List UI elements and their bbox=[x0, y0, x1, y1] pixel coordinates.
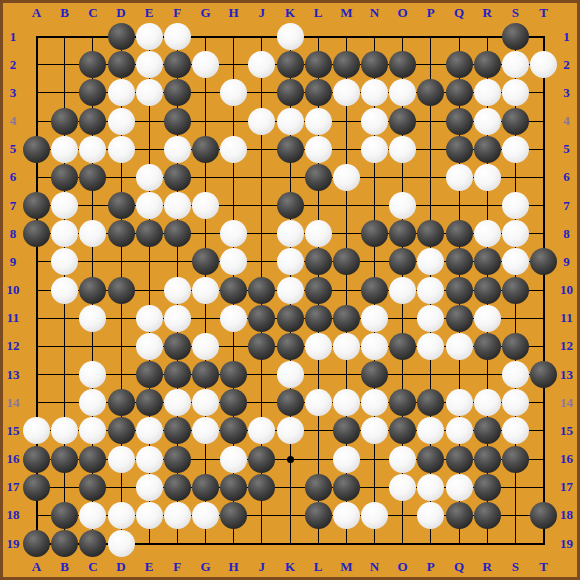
white-stone-s3 bbox=[502, 79, 529, 106]
white-stone-k8 bbox=[277, 220, 304, 247]
row-label-left-16: 16 bbox=[7, 451, 20, 467]
black-stone-s16 bbox=[502, 446, 529, 473]
black-stone-q2 bbox=[446, 51, 473, 78]
white-stone-n14 bbox=[361, 389, 388, 416]
col-label-top-m: M bbox=[340, 5, 352, 21]
white-stone-l4 bbox=[305, 108, 332, 135]
black-stone-o4 bbox=[389, 108, 416, 135]
black-stone-a5 bbox=[23, 136, 50, 163]
white-stone-o7 bbox=[389, 192, 416, 219]
black-stone-f17 bbox=[164, 474, 191, 501]
white-stone-c5 bbox=[79, 136, 106, 163]
row-label-right-8: 8 bbox=[563, 226, 570, 242]
black-stone-c19 bbox=[79, 530, 106, 557]
white-stone-m3 bbox=[333, 79, 360, 106]
white-stone-g12 bbox=[192, 333, 219, 360]
white-stone-m14 bbox=[333, 389, 360, 416]
white-stone-f18 bbox=[164, 502, 191, 529]
black-stone-f15 bbox=[164, 417, 191, 444]
black-stone-h10 bbox=[220, 277, 247, 304]
black-stone-n13 bbox=[361, 361, 388, 388]
black-stone-c17 bbox=[79, 474, 106, 501]
black-stone-k11 bbox=[277, 305, 304, 332]
black-stone-p16 bbox=[417, 446, 444, 473]
black-stone-p8 bbox=[417, 220, 444, 247]
black-stone-b19 bbox=[51, 530, 78, 557]
black-stone-l10 bbox=[305, 277, 332, 304]
col-label-bottom-f: F bbox=[173, 559, 181, 575]
black-stone-l3 bbox=[305, 79, 332, 106]
white-stone-q12 bbox=[446, 333, 473, 360]
black-stone-k12 bbox=[277, 333, 304, 360]
go-app-window: { "game": "Go", "board_size": 19, "colum… bbox=[0, 0, 580, 580]
col-label-bottom-t: T bbox=[539, 559, 548, 575]
black-stone-e13 bbox=[136, 361, 163, 388]
black-stone-p14 bbox=[417, 389, 444, 416]
white-stone-t2 bbox=[530, 51, 557, 78]
white-stone-l12 bbox=[305, 333, 332, 360]
white-stone-d19 bbox=[108, 530, 135, 557]
black-stone-e14 bbox=[136, 389, 163, 416]
col-label-bottom-a: A bbox=[32, 559, 41, 575]
black-stone-a8 bbox=[23, 220, 50, 247]
col-label-bottom-r: R bbox=[482, 559, 491, 575]
row-label-right-14: 14 bbox=[560, 395, 573, 411]
black-stone-m9 bbox=[333, 248, 360, 275]
row-label-left-12: 12 bbox=[7, 338, 20, 354]
white-stone-h16 bbox=[220, 446, 247, 473]
white-stone-p11 bbox=[417, 305, 444, 332]
star-point-k16 bbox=[287, 456, 294, 463]
black-stone-a19 bbox=[23, 530, 50, 557]
white-stone-e15 bbox=[136, 417, 163, 444]
white-stone-k1 bbox=[277, 23, 304, 50]
black-stone-j12 bbox=[248, 333, 275, 360]
white-stone-b7 bbox=[51, 192, 78, 219]
white-stone-b9 bbox=[51, 248, 78, 275]
row-label-right-1: 1 bbox=[563, 29, 570, 45]
col-label-top-t: T bbox=[539, 5, 548, 21]
row-label-left-5: 5 bbox=[10, 141, 17, 157]
black-stone-n8 bbox=[361, 220, 388, 247]
black-stone-r10 bbox=[474, 277, 501, 304]
row-label-right-4: 4 bbox=[563, 113, 570, 129]
row-label-left-19: 19 bbox=[7, 536, 20, 552]
white-stone-l14 bbox=[305, 389, 332, 416]
black-stone-d14 bbox=[108, 389, 135, 416]
col-label-top-b: B bbox=[60, 5, 69, 21]
black-stone-r17 bbox=[474, 474, 501, 501]
black-stone-h17 bbox=[220, 474, 247, 501]
white-stone-g2 bbox=[192, 51, 219, 78]
white-stone-s8 bbox=[502, 220, 529, 247]
white-stone-f10 bbox=[164, 277, 191, 304]
row-label-left-14: 14 bbox=[7, 395, 20, 411]
row-label-left-10: 10 bbox=[7, 282, 20, 298]
black-stone-f3 bbox=[164, 79, 191, 106]
row-label-right-12: 12 bbox=[560, 338, 573, 354]
white-stone-e12 bbox=[136, 333, 163, 360]
white-stone-f1 bbox=[164, 23, 191, 50]
white-stone-p18 bbox=[417, 502, 444, 529]
black-stone-o12 bbox=[389, 333, 416, 360]
black-stone-c6 bbox=[79, 164, 106, 191]
row-label-left-8: 8 bbox=[10, 226, 17, 242]
black-stone-c4 bbox=[79, 108, 106, 135]
white-stone-j4 bbox=[248, 108, 275, 135]
col-label-top-n: N bbox=[370, 5, 379, 21]
white-stone-e2 bbox=[136, 51, 163, 78]
row-label-right-6: 6 bbox=[563, 169, 570, 185]
white-stone-o10 bbox=[389, 277, 416, 304]
col-label-top-r: R bbox=[482, 5, 491, 21]
white-stone-s7 bbox=[502, 192, 529, 219]
black-stone-h13 bbox=[220, 361, 247, 388]
black-stone-f12 bbox=[164, 333, 191, 360]
white-stone-q6 bbox=[446, 164, 473, 191]
col-label-bottom-b: B bbox=[60, 559, 69, 575]
col-label-bottom-e: E bbox=[145, 559, 154, 575]
black-stone-f8 bbox=[164, 220, 191, 247]
black-stone-s10 bbox=[502, 277, 529, 304]
black-stone-k5 bbox=[277, 136, 304, 163]
black-stone-g17 bbox=[192, 474, 219, 501]
black-stone-r18 bbox=[474, 502, 501, 529]
col-label-top-o: O bbox=[398, 5, 408, 21]
col-label-bottom-n: N bbox=[370, 559, 379, 575]
col-label-bottom-m: M bbox=[340, 559, 352, 575]
black-stone-h15 bbox=[220, 417, 247, 444]
row-label-right-7: 7 bbox=[563, 198, 570, 214]
col-label-top-h: H bbox=[229, 5, 239, 21]
white-stone-m12 bbox=[333, 333, 360, 360]
row-label-left-3: 3 bbox=[10, 85, 17, 101]
row-label-left-6: 6 bbox=[10, 169, 17, 185]
white-stone-j2 bbox=[248, 51, 275, 78]
row-label-left-7: 7 bbox=[10, 198, 17, 214]
white-stone-r14 bbox=[474, 389, 501, 416]
white-stone-e17 bbox=[136, 474, 163, 501]
black-stone-b4 bbox=[51, 108, 78, 135]
black-stone-o9 bbox=[389, 248, 416, 275]
row-label-left-9: 9 bbox=[10, 254, 17, 270]
white-stone-d16 bbox=[108, 446, 135, 473]
white-stone-k9 bbox=[277, 248, 304, 275]
white-stone-k13 bbox=[277, 361, 304, 388]
white-stone-s14 bbox=[502, 389, 529, 416]
row-label-right-15: 15 bbox=[560, 423, 573, 439]
white-stone-p9 bbox=[417, 248, 444, 275]
black-stone-q4 bbox=[446, 108, 473, 135]
white-stone-p15 bbox=[417, 417, 444, 444]
col-label-bottom-k: K bbox=[285, 559, 295, 575]
white-stone-g18 bbox=[192, 502, 219, 529]
black-stone-d7 bbox=[108, 192, 135, 219]
black-stone-t18 bbox=[530, 502, 557, 529]
white-stone-p10 bbox=[417, 277, 444, 304]
white-stone-r8 bbox=[474, 220, 501, 247]
row-label-right-17: 17 bbox=[560, 479, 573, 495]
black-stone-o15 bbox=[389, 417, 416, 444]
white-stone-r6 bbox=[474, 164, 501, 191]
row-label-right-5: 5 bbox=[563, 141, 570, 157]
white-stone-r3 bbox=[474, 79, 501, 106]
row-label-right-2: 2 bbox=[563, 57, 570, 73]
black-stone-a16 bbox=[23, 446, 50, 473]
black-stone-l6 bbox=[305, 164, 332, 191]
row-label-left-18: 18 bbox=[7, 507, 20, 523]
black-stone-q16 bbox=[446, 446, 473, 473]
black-stone-f13 bbox=[164, 361, 191, 388]
black-stone-n2 bbox=[361, 51, 388, 78]
white-stone-s9 bbox=[502, 248, 529, 275]
white-stone-k10 bbox=[277, 277, 304, 304]
black-stone-g13 bbox=[192, 361, 219, 388]
black-stone-q3 bbox=[446, 79, 473, 106]
black-stone-r12 bbox=[474, 333, 501, 360]
black-stone-j11 bbox=[248, 305, 275, 332]
row-label-right-11: 11 bbox=[560, 310, 572, 326]
row-label-left-13: 13 bbox=[7, 367, 20, 383]
black-stone-h18 bbox=[220, 502, 247, 529]
black-stone-r5 bbox=[474, 136, 501, 163]
white-stone-g15 bbox=[192, 417, 219, 444]
white-stone-c15 bbox=[79, 417, 106, 444]
white-stone-s13 bbox=[502, 361, 529, 388]
white-stone-n18 bbox=[361, 502, 388, 529]
black-stone-j10 bbox=[248, 277, 275, 304]
row-label-right-9: 9 bbox=[563, 254, 570, 270]
white-stone-b5 bbox=[51, 136, 78, 163]
white-stone-o17 bbox=[389, 474, 416, 501]
row-label-right-10: 10 bbox=[560, 282, 573, 298]
black-stone-a7 bbox=[23, 192, 50, 219]
black-stone-o14 bbox=[389, 389, 416, 416]
col-label-bottom-g: G bbox=[200, 559, 210, 575]
black-stone-j16 bbox=[248, 446, 275, 473]
black-stone-g5 bbox=[192, 136, 219, 163]
black-stone-k7 bbox=[277, 192, 304, 219]
goban-board[interactable]: AABBCCDDEEFFGGHHJJKKLLMMNNOOPPQQRRSSTT11… bbox=[0, 0, 580, 580]
white-stone-n4 bbox=[361, 108, 388, 135]
col-label-bottom-h: H bbox=[229, 559, 239, 575]
white-stone-o16 bbox=[389, 446, 416, 473]
black-stone-k14 bbox=[277, 389, 304, 416]
row-label-left-4: 4 bbox=[10, 113, 17, 129]
white-stone-g7 bbox=[192, 192, 219, 219]
white-stone-d5 bbox=[108, 136, 135, 163]
black-stone-d10 bbox=[108, 277, 135, 304]
white-stone-n12 bbox=[361, 333, 388, 360]
white-stone-q14 bbox=[446, 389, 473, 416]
white-stone-s5 bbox=[502, 136, 529, 163]
black-stone-f6 bbox=[164, 164, 191, 191]
black-stone-m15 bbox=[333, 417, 360, 444]
white-stone-e1 bbox=[136, 23, 163, 50]
row-label-left-1: 1 bbox=[10, 29, 17, 45]
row-label-right-18: 18 bbox=[560, 507, 573, 523]
black-stone-k2 bbox=[277, 51, 304, 78]
white-stone-f5 bbox=[164, 136, 191, 163]
white-stone-n3 bbox=[361, 79, 388, 106]
row-label-left-11: 11 bbox=[7, 310, 19, 326]
white-stone-c18 bbox=[79, 502, 106, 529]
col-label-top-g: G bbox=[200, 5, 210, 21]
white-stone-f11 bbox=[164, 305, 191, 332]
row-label-left-15: 15 bbox=[7, 423, 20, 439]
col-label-bottom-o: O bbox=[398, 559, 408, 575]
black-stone-c3 bbox=[79, 79, 106, 106]
white-stone-f14 bbox=[164, 389, 191, 416]
white-stone-n15 bbox=[361, 417, 388, 444]
white-stone-b15 bbox=[51, 417, 78, 444]
white-stone-e18 bbox=[136, 502, 163, 529]
col-label-top-j: J bbox=[259, 5, 266, 21]
black-stone-m2 bbox=[333, 51, 360, 78]
black-stone-q10 bbox=[446, 277, 473, 304]
black-stone-j17 bbox=[248, 474, 275, 501]
col-label-bottom-c: C bbox=[88, 559, 97, 575]
black-stone-d1 bbox=[108, 23, 135, 50]
black-stone-n10 bbox=[361, 277, 388, 304]
col-label-bottom-l: L bbox=[314, 559, 323, 575]
black-stone-a17 bbox=[23, 474, 50, 501]
white-stone-d18 bbox=[108, 502, 135, 529]
white-stone-s15 bbox=[502, 417, 529, 444]
black-stone-m11 bbox=[333, 305, 360, 332]
white-stone-e11 bbox=[136, 305, 163, 332]
white-stone-o3 bbox=[389, 79, 416, 106]
black-stone-s1 bbox=[502, 23, 529, 50]
black-stone-b18 bbox=[51, 502, 78, 529]
white-stone-n5 bbox=[361, 136, 388, 163]
white-stone-m16 bbox=[333, 446, 360, 473]
white-stone-c11 bbox=[79, 305, 106, 332]
black-stone-l2 bbox=[305, 51, 332, 78]
white-stone-c8 bbox=[79, 220, 106, 247]
col-label-top-d: D bbox=[116, 5, 125, 21]
black-stone-d15 bbox=[108, 417, 135, 444]
black-stone-b6 bbox=[51, 164, 78, 191]
white-stone-h5 bbox=[220, 136, 247, 163]
white-stone-q17 bbox=[446, 474, 473, 501]
white-stone-p12 bbox=[417, 333, 444, 360]
black-stone-l11 bbox=[305, 305, 332, 332]
col-label-top-f: F bbox=[173, 5, 181, 21]
row-label-right-19: 19 bbox=[560, 536, 573, 552]
white-stone-k4 bbox=[277, 108, 304, 135]
white-stone-f7 bbox=[164, 192, 191, 219]
black-stone-o2 bbox=[389, 51, 416, 78]
white-stone-b10 bbox=[51, 277, 78, 304]
white-stone-r4 bbox=[474, 108, 501, 135]
col-label-top-p: P bbox=[427, 5, 435, 21]
white-stone-q15 bbox=[446, 417, 473, 444]
black-stone-l9 bbox=[305, 248, 332, 275]
black-stone-c10 bbox=[79, 277, 106, 304]
col-label-bottom-s: S bbox=[512, 559, 519, 575]
col-label-top-e: E bbox=[145, 5, 154, 21]
black-stone-f16 bbox=[164, 446, 191, 473]
white-stone-p17 bbox=[417, 474, 444, 501]
black-stone-e8 bbox=[136, 220, 163, 247]
white-stone-h8 bbox=[220, 220, 247, 247]
white-stone-n11 bbox=[361, 305, 388, 332]
col-label-top-q: Q bbox=[454, 5, 464, 21]
white-stone-h3 bbox=[220, 79, 247, 106]
row-label-right-3: 3 bbox=[563, 85, 570, 101]
white-stone-g10 bbox=[192, 277, 219, 304]
row-label-left-2: 2 bbox=[10, 57, 17, 73]
white-stone-c13 bbox=[79, 361, 106, 388]
black-stone-k3 bbox=[277, 79, 304, 106]
grid-line-v bbox=[543, 36, 545, 545]
black-stone-g9 bbox=[192, 248, 219, 275]
black-stone-d8 bbox=[108, 220, 135, 247]
black-stone-h14 bbox=[220, 389, 247, 416]
white-stone-j15 bbox=[248, 417, 275, 444]
white-stone-d4 bbox=[108, 108, 135, 135]
white-stone-l8 bbox=[305, 220, 332, 247]
white-stone-b8 bbox=[51, 220, 78, 247]
row-label-left-17: 17 bbox=[7, 479, 20, 495]
white-stone-k15 bbox=[277, 417, 304, 444]
col-label-top-k: K bbox=[285, 5, 295, 21]
black-stone-f2 bbox=[164, 51, 191, 78]
black-stone-l17 bbox=[305, 474, 332, 501]
black-stone-r9 bbox=[474, 248, 501, 275]
black-stone-c16 bbox=[79, 446, 106, 473]
col-label-bottom-p: P bbox=[427, 559, 435, 575]
black-stone-s4 bbox=[502, 108, 529, 135]
black-stone-s12 bbox=[502, 333, 529, 360]
white-stone-m18 bbox=[333, 502, 360, 529]
black-stone-l18 bbox=[305, 502, 332, 529]
black-stone-q5 bbox=[446, 136, 473, 163]
black-stone-o8 bbox=[389, 220, 416, 247]
black-stone-q8 bbox=[446, 220, 473, 247]
black-stone-t13 bbox=[530, 361, 557, 388]
col-label-bottom-d: D bbox=[116, 559, 125, 575]
white-stone-c14 bbox=[79, 389, 106, 416]
black-stone-p3 bbox=[417, 79, 444, 106]
white-stone-e16 bbox=[136, 446, 163, 473]
row-label-right-16: 16 bbox=[560, 451, 573, 467]
col-label-top-c: C bbox=[88, 5, 97, 21]
black-stone-m17 bbox=[333, 474, 360, 501]
black-stone-d2 bbox=[108, 51, 135, 78]
white-stone-o5 bbox=[389, 136, 416, 163]
white-stone-h9 bbox=[220, 248, 247, 275]
black-stone-q18 bbox=[446, 502, 473, 529]
col-label-bottom-j: J bbox=[259, 559, 266, 575]
col-label-top-s: S bbox=[512, 5, 519, 21]
black-stone-q11 bbox=[446, 305, 473, 332]
white-stone-l5 bbox=[305, 136, 332, 163]
black-stone-r16 bbox=[474, 446, 501, 473]
black-stone-b16 bbox=[51, 446, 78, 473]
white-stone-e3 bbox=[136, 79, 163, 106]
white-stone-d3 bbox=[108, 79, 135, 106]
col-label-top-l: L bbox=[314, 5, 323, 21]
col-label-top-a: A bbox=[32, 5, 41, 21]
white-stone-a15 bbox=[23, 417, 50, 444]
black-stone-r15 bbox=[474, 417, 501, 444]
black-stone-q9 bbox=[446, 248, 473, 275]
white-stone-h11 bbox=[220, 305, 247, 332]
row-label-right-13: 13 bbox=[560, 367, 573, 383]
white-stone-r11 bbox=[474, 305, 501, 332]
